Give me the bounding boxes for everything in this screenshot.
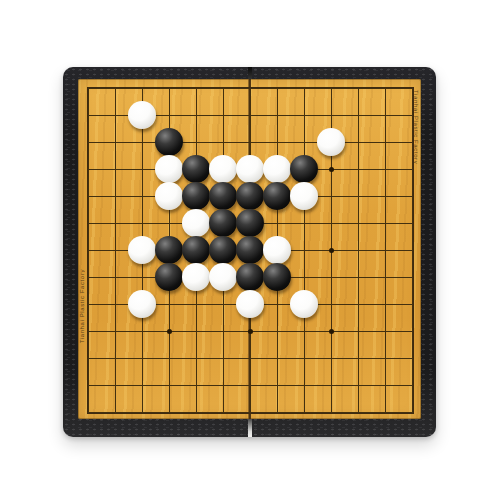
white-stone[interactable] xyxy=(155,155,183,183)
black-stone[interactable] xyxy=(263,263,291,291)
star-point xyxy=(167,329,172,334)
black-stone[interactable] xyxy=(263,182,291,210)
white-stone[interactable] xyxy=(236,290,264,318)
go-grid[interactable] xyxy=(87,87,414,414)
black-stone[interactable] xyxy=(182,182,210,210)
white-stone[interactable] xyxy=(182,209,210,237)
black-stone[interactable] xyxy=(236,182,264,210)
white-stone[interactable] xyxy=(209,155,237,183)
hinge-seam-bottom xyxy=(248,419,252,437)
black-stone[interactable] xyxy=(155,236,183,264)
product-photo-background: Tianhai Plastic Factory Tianhai Plastic … xyxy=(0,0,500,500)
hinge-seam-top xyxy=(248,67,252,79)
black-stone[interactable] xyxy=(236,209,264,237)
white-stone[interactable] xyxy=(128,101,156,129)
white-stone[interactable] xyxy=(290,182,318,210)
star-point xyxy=(329,329,334,334)
black-stone[interactable] xyxy=(290,155,318,183)
white-stone[interactable] xyxy=(317,128,345,156)
black-stone[interactable] xyxy=(236,263,264,291)
frame-text-left: Tianhai Plastic Factory xyxy=(79,269,85,343)
star-point xyxy=(329,167,334,172)
star-point xyxy=(329,248,334,253)
board-surface: Tianhai Plastic Factory Tianhai Plastic … xyxy=(78,79,421,419)
black-stone[interactable] xyxy=(209,209,237,237)
white-stone[interactable] xyxy=(155,182,183,210)
black-stone[interactable] xyxy=(209,182,237,210)
white-stone[interactable] xyxy=(128,290,156,318)
black-stone[interactable] xyxy=(209,236,237,264)
white-stone[interactable] xyxy=(128,236,156,264)
white-stone[interactable] xyxy=(263,155,291,183)
white-stone[interactable] xyxy=(263,236,291,264)
white-stone[interactable] xyxy=(209,263,237,291)
black-stone[interactable] xyxy=(182,236,210,264)
white-stone[interactable] xyxy=(290,290,318,318)
black-stone[interactable] xyxy=(155,263,183,291)
star-point xyxy=(248,329,253,334)
white-stone[interactable] xyxy=(236,155,264,183)
go-board: Tianhai Plastic Factory Tianhai Plastic … xyxy=(63,67,436,437)
white-stone[interactable] xyxy=(182,263,210,291)
black-stone[interactable] xyxy=(236,236,264,264)
black-stone[interactable] xyxy=(182,155,210,183)
black-stone[interactable] xyxy=(155,128,183,156)
